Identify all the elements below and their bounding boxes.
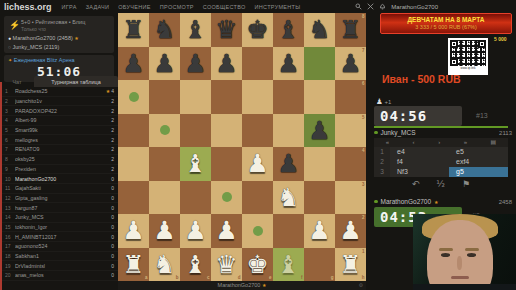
black-player-rating: 2113	[499, 130, 512, 136]
streamer-shirt	[413, 284, 516, 290]
square-f1[interactable]: ♝f	[273, 248, 304, 282]
square-e3[interactable]	[242, 181, 273, 215]
standings-row[interactable]: 11GajahSakti0	[0, 184, 118, 194]
standings-player-name: H_AMINBT12017	[15, 234, 111, 240]
standings-rank: 9	[5, 166, 15, 172]
square-h7[interactable]: ♟7	[335, 47, 366, 81]
white-piece-k: ♚	[242, 248, 273, 282]
standings-rank: 5	[5, 127, 15, 133]
standings-player-name: MarathonGo2700	[15, 176, 111, 182]
standings-rank: 6	[5, 137, 15, 143]
streamer-brow	[439, 248, 453, 251]
rank-coord: 5	[362, 115, 365, 120]
black-piece-b: ♝	[180, 13, 211, 47]
square-f8[interactable]: ♝	[273, 13, 304, 47]
standings-row[interactable]: 13hargun870	[0, 203, 118, 213]
standings-score: 0	[111, 205, 114, 211]
square-e4[interactable]: ♟	[242, 147, 273, 181]
standings-row[interactable]: 15tokhonin_Igor0	[0, 223, 118, 233]
tournament-standings: 1Roadchess25★42juanchito1v23PARADOXOP422…	[0, 87, 118, 281]
black-piece-r: ♜	[335, 13, 366, 47]
streamer-brow	[465, 248, 479, 251]
game-age-label: Только что	[21, 26, 110, 32]
move-hint-dot	[160, 125, 170, 135]
trophy-icon: ★	[106, 88, 110, 94]
standings-score: 0	[111, 176, 114, 182]
standings-rank: 10	[5, 176, 15, 182]
white-piece-p: ♟	[118, 214, 149, 248]
square-c8[interactable]: ♝	[180, 13, 211, 47]
standings-row[interactable]: 6mellogres2	[0, 135, 118, 145]
black-tournament-rank: #13	[476, 112, 488, 119]
black-piece-n: ♞	[149, 13, 180, 47]
square-g3[interactable]	[304, 181, 335, 215]
standings-player-name: juanchito1v	[15, 98, 111, 104]
square-d8[interactable]: ♛	[211, 13, 242, 47]
game-info-box: ⚡ 5+0 • Рейтинговая • Блиц Только что ● …	[4, 16, 114, 53]
tab-chat[interactable]: Чат	[0, 79, 34, 87]
square-a3[interactable]	[118, 181, 149, 215]
board-name-plate: MarathonGo2700 ★ ⚙	[118, 281, 366, 290]
standings-player-name: anas_melos	[15, 272, 111, 278]
square-d4[interactable]	[211, 147, 242, 181]
ghost-white-bishop: ♝	[273, 248, 304, 282]
black-piece-p: ♟	[149, 47, 180, 81]
black-piece-n: ♞	[304, 13, 335, 47]
white-piece-b: ♝	[180, 147, 211, 181]
rank-coord: 3	[362, 182, 365, 187]
standings-score: 4	[111, 88, 114, 94]
black-player-line: ○ Junky_MCS (2119)	[8, 44, 110, 50]
move-nav-icon-3[interactable]: »	[464, 138, 467, 147]
patron-star-icon: ★	[434, 199, 438, 205]
move-white[interactable]: f4	[390, 157, 449, 167]
move-list: 1e4e52f4exf43Nf3g5	[374, 147, 508, 177]
standings-player-name: GajahSakti	[15, 185, 111, 191]
standings-score: 0	[111, 234, 114, 240]
square-e6[interactable]	[242, 80, 273, 114]
black-piece-p: ♟	[335, 47, 366, 81]
trophy-icon: ✦	[8, 57, 12, 63]
standings-player-name: Junky_MCS	[15, 214, 111, 220]
nav-right: MarathonGo2700	[355, 0, 438, 13]
move-hint-dot	[222, 192, 232, 202]
white-piece-p: ♟	[304, 214, 335, 248]
game-action-buttons: ↶½⚑	[374, 179, 508, 189]
move-number: 3	[374, 167, 390, 177]
blitz-flame-icon: ⚡	[9, 20, 20, 30]
square-g4[interactable]	[304, 147, 335, 181]
standings-rank: 12	[5, 195, 15, 201]
square-c6[interactable]	[180, 80, 211, 114]
square-c5[interactable]	[180, 114, 211, 148]
square-d7[interactable]: ♟	[211, 47, 242, 81]
square-b3[interactable]	[149, 181, 180, 215]
standings-score: 0	[111, 185, 114, 191]
square-h4[interactable]: 4	[335, 147, 366, 181]
black-piece-p: ♟	[273, 47, 304, 81]
rank-coord: 8	[362, 14, 365, 19]
square-f3[interactable]: ♞	[273, 181, 304, 215]
square-e7[interactable]	[242, 47, 273, 81]
square-c1[interactable]: ♝c	[180, 248, 211, 282]
standings-row[interactable]: 19DrVladmintsl0	[0, 261, 118, 271]
donation-qr-code: www.qr.link	[448, 38, 488, 75]
square-e2[interactable]	[242, 214, 273, 248]
standings-rank: 15	[5, 224, 15, 230]
standings-player-name: Gipta_gasling	[15, 195, 111, 201]
captured-pawn-icon: ♟	[376, 97, 383, 106]
white-piece-q: ♛	[211, 248, 242, 282]
standings-rank: 14	[5, 214, 15, 220]
move-nav-icon-1[interactable]: ‹	[413, 138, 415, 147]
patron-star-icon: ★	[74, 35, 78, 41]
black-piece-p: ♟	[304, 114, 335, 148]
black-piece-p: ♟	[211, 47, 242, 81]
square-e5[interactable]	[242, 114, 273, 148]
standings-player-name: Sabkhan1	[15, 253, 111, 259]
file-coord: a	[145, 275, 148, 280]
white-piece-p: ♟	[335, 214, 366, 248]
move-black[interactable]: g5	[449, 167, 508, 177]
streamer-eye	[467, 253, 476, 257]
sidebar-tabs: Чат Турнирная таблица	[0, 76, 118, 87]
black-color-icon: ○	[8, 44, 11, 50]
main-menu: ИГРАЗАДАЧИОБУЧЕНИЕПРОСМОТРСООБЩЕСТВОИНСТ…	[62, 4, 301, 10]
move-number: 2	[374, 157, 390, 167]
standings-row[interactable]: 17aguonono5240	[0, 242, 118, 252]
square-h5[interactable]: 5	[335, 114, 366, 148]
square-b7[interactable]: ♟	[149, 47, 180, 81]
donation-banner: ДЕВЧАТАМ НА 8 МАРТА 3 333 / 5 000 RUB (6…	[380, 13, 512, 34]
square-c2[interactable]: ♟	[180, 214, 211, 248]
move-nav-bar: «‹›»▤	[374, 138, 508, 147]
square-g6[interactable]	[304, 80, 335, 114]
black-piece-p: ♟	[180, 47, 211, 81]
standings-rank: 3	[5, 108, 15, 114]
standings-row[interactable]: 7RENATO92	[0, 145, 118, 155]
white-piece-n: ♞	[149, 248, 180, 282]
board-settings-gear-icon[interactable]: ⚙	[359, 281, 363, 290]
rank-coord: 4	[362, 148, 365, 153]
logged-in-username[interactable]: MarathonGo2700	[391, 4, 438, 10]
square-a5[interactable]	[118, 114, 149, 148]
square-g7[interactable]	[304, 47, 335, 81]
square-g1[interactable]: g	[304, 248, 335, 282]
file-coord: f	[301, 275, 303, 280]
standings-score: 2	[111, 166, 114, 172]
standings-score: 0	[111, 214, 114, 220]
standings-score: 0	[111, 272, 114, 278]
standings-player-name: Roadchess25	[15, 88, 106, 94]
chess-board: ♜♞♝♛♚♝♞♜8♟♟♟♟♟♟76♟5♝♟♟4♞3♟♟♟♟♟♟2♜a♞b♝c♛d…	[118, 13, 366, 281]
standings-row[interactable]: 18Sabkhan10	[0, 252, 118, 262]
black-piece-r: ♜	[118, 13, 149, 47]
move-black[interactable]: e5	[449, 147, 508, 157]
white-piece-r: ♜	[335, 248, 366, 282]
square-h6[interactable]: 6	[335, 80, 366, 114]
square-e1[interactable]: ♚e	[242, 248, 273, 282]
nav-item-5[interactable]: ИНСТРУМЕНТЫ	[255, 4, 301, 10]
black-player-name[interactable]: Junky_MCS	[381, 129, 416, 136]
streamer-face	[427, 220, 493, 290]
square-a8[interactable]: ♜	[118, 13, 149, 47]
nav-item-2[interactable]: ОБУЧЕНИЕ	[118, 4, 151, 10]
online-dot-icon	[374, 131, 378, 135]
standings-player-name: DrVladmintsl	[15, 263, 111, 269]
file-coord: g	[331, 275, 334, 280]
black-piece-k: ♚	[242, 13, 273, 47]
top-nav: lichess.org ИГРАЗАДАЧИОБУЧЕНИЕПРОСМОТРСО…	[0, 0, 516, 13]
white-player-name[interactable]: MarathonGo2700	[381, 198, 432, 205]
square-d1[interactable]: ♛d	[211, 248, 242, 282]
donation-goal-amount: 5 000	[494, 36, 507, 42]
square-f6[interactable]	[273, 80, 304, 114]
square-a4[interactable]	[118, 147, 149, 181]
standings-rank: 18	[5, 253, 15, 259]
black-piece-p: ♟	[273, 147, 304, 181]
square-f7[interactable]: ♟	[273, 47, 304, 81]
donation-banner-title: ДЕВЧАТАМ НА 8 МАРТА	[381, 16, 511, 23]
streamer-mouth	[451, 276, 469, 279]
donor-alert-text: Иван - 500 RUB	[382, 73, 502, 85]
standings-rank: 2	[5, 98, 15, 104]
qr-caption: www.qr.link	[450, 67, 486, 70]
move-black[interactable]: exf4	[449, 157, 508, 167]
square-a6[interactable]	[118, 80, 149, 114]
streamer-webcam	[413, 214, 516, 290]
white-piece-b: ♝	[180, 248, 211, 282]
square-c3[interactable]	[180, 181, 211, 215]
tournament-link[interactable]: ✦ Ежедневная Blitz Арена	[8, 57, 110, 63]
black-piece-p: ♟	[118, 47, 149, 81]
standings-row[interactable]: 4Albert-992	[0, 116, 118, 126]
standings-score: 2	[111, 108, 114, 114]
nav-item-3[interactable]: ПРОСМОТР	[160, 4, 194, 10]
nav-item-4[interactable]: СООБЩЕСТВО	[203, 4, 246, 10]
nav-item-1[interactable]: ЗАДАЧИ	[86, 4, 110, 10]
standings-row[interactable]: 2juanchito1v2	[0, 97, 118, 107]
white-piece-r: ♜	[118, 248, 149, 282]
file-coord: e	[269, 275, 272, 280]
standings-player-name: Albert-99	[15, 117, 111, 123]
search-icon[interactable]	[355, 3, 362, 10]
square-h3[interactable]: 3	[335, 181, 366, 215]
standings-player-name: RENATO9	[15, 146, 111, 152]
standings-row[interactable]: 8oksby252	[0, 155, 118, 165]
standings-player-name: Prexiden	[15, 166, 111, 172]
standings-rank: 17	[5, 243, 15, 249]
square-b8[interactable]: ♞	[149, 13, 180, 47]
square-b5[interactable]	[149, 114, 180, 148]
white-piece-p: ♟	[149, 214, 180, 248]
square-c4[interactable]: ♝	[180, 147, 211, 181]
standings-row[interactable]: 12Gipta_gasling0	[0, 194, 118, 204]
streamer-eye	[441, 253, 450, 257]
black-piece-q: ♛	[211, 13, 242, 47]
standings-score: 0	[111, 224, 114, 230]
standings-player-name: oksby25	[15, 156, 111, 162]
patron-star-icon: ★	[262, 282, 266, 288]
standings-row[interactable]: 16H_AMINBT120170	[0, 232, 118, 242]
nav-item-0[interactable]: ИГРА	[62, 4, 77, 10]
rank-coord: 6	[362, 81, 365, 86]
square-d6[interactable]	[211, 80, 242, 114]
standings-rank: 1	[5, 88, 15, 94]
white-player-rating: 2458	[499, 199, 512, 205]
draw-offer-icon[interactable]: ½	[436, 179, 445, 189]
standings-rank: 16	[5, 234, 15, 240]
standings-score: 2	[111, 127, 114, 133]
lichess-logo[interactable]: lichess.org	[4, 2, 52, 12]
square-c7[interactable]: ♟	[180, 47, 211, 81]
resign-flag-icon[interactable]: ⚑	[462, 179, 470, 189]
square-e8[interactable]: ♚	[242, 13, 273, 47]
standings-player-name: aguonono524	[15, 243, 111, 249]
square-d5[interactable]	[211, 114, 242, 148]
standings-row[interactable]: 5Smart99k2	[0, 126, 118, 136]
rank-coord: 7	[362, 48, 365, 53]
standings-row[interactable]: 3PARADOXOP4222	[0, 106, 118, 116]
file-coord: d	[238, 275, 241, 280]
material-advantage: ♟ +1	[376, 97, 391, 106]
white-piece-p: ♟	[211, 214, 242, 248]
right-panel: ДЕВЧАТАМ НА 8 МАРТА 3 333 / 5 000 RUB (6…	[366, 13, 516, 290]
standings-rank: 13	[5, 205, 15, 211]
standings-row[interactable]: 20anas_melos0	[0, 271, 118, 281]
standings-player-name: PARADOXOP422	[15, 108, 111, 114]
standings-score: 0	[111, 253, 114, 259]
standings-row[interactable]: 14Junky_MCS0	[0, 213, 118, 223]
white-player-line: ● MarathonGo2700 (2458) ★	[8, 35, 110, 41]
standings-score: 0	[111, 243, 114, 249]
black-piece-b: ♝	[273, 13, 304, 47]
standings-player-name: tokhonin_Igor	[15, 224, 111, 230]
standings-rank: 20	[5, 272, 15, 278]
white-player-row: MarathonGo2700 ★ 2458	[374, 197, 512, 206]
square-d2[interactable]: ♟	[211, 214, 242, 248]
donation-banner-progress: 3 333 / 5 000 RUB (67%)	[381, 24, 511, 30]
white-piece-p: ♟	[242, 147, 273, 181]
stream-red-strip	[0, 82, 2, 290]
tab-standings[interactable]: Турнирная таблица	[34, 76, 118, 87]
square-h1[interactable]: ♜h1	[335, 248, 366, 282]
square-a1[interactable]: ♜a	[118, 248, 149, 282]
takeback-icon[interactable]: ↶	[412, 179, 420, 189]
square-b2[interactable]: ♟	[149, 214, 180, 248]
standings-row[interactable]: 10MarathonGo27000	[0, 174, 118, 184]
standings-player-name: Smart99k	[15, 127, 111, 133]
standings-rank: 11	[5, 185, 15, 191]
rank-coord: 2	[362, 215, 365, 220]
square-f5[interactable]	[273, 114, 304, 148]
standings-score: 2	[111, 117, 114, 123]
move-number: 1	[374, 147, 390, 157]
white-piece-p: ♟	[180, 214, 211, 248]
square-a2[interactable]: ♟	[118, 214, 149, 248]
square-a7[interactable]: ♟	[118, 47, 149, 81]
black-player-row: Junky_MCS 2113	[374, 128, 512, 137]
move-nav-icon-0[interactable]: «	[386, 138, 389, 147]
white-piece-n: ♞	[273, 181, 304, 215]
square-b6[interactable]	[149, 80, 180, 114]
move-hint-dot	[129, 92, 139, 102]
time-control-label: 5+0 • Рейтинговая • Блиц	[21, 19, 110, 25]
square-b4[interactable]	[149, 147, 180, 181]
file-coord: c	[207, 275, 210, 280]
move-white[interactable]: e4	[390, 147, 449, 157]
left-sidebar: ⚡ 5+0 • Рейтинговая • Блиц Только что ● …	[0, 13, 118, 290]
online-dot-icon	[374, 200, 378, 204]
square-f2[interactable]	[273, 214, 304, 248]
standings-score: 0	[111, 263, 114, 269]
standings-score: 0	[111, 195, 114, 201]
crossed-swords-icon[interactable]	[367, 3, 374, 10]
move-hint-dot	[253, 226, 263, 236]
square-h8[interactable]: ♜8	[335, 13, 366, 47]
square-g5[interactable]: ♟	[304, 114, 335, 148]
black-clock: 04:56	[374, 106, 462, 126]
standings-rank: 8	[5, 156, 15, 162]
square-b1[interactable]: ♞b	[149, 248, 180, 282]
move-white[interactable]: Nf3	[390, 167, 449, 177]
file-coord: h	[362, 275, 365, 280]
standings-score: 2	[111, 137, 114, 143]
standings-player-name: mellogres	[15, 137, 111, 143]
move-nav-icon-4[interactable]: ▤	[491, 138, 497, 147]
standings-player-name: hargun87	[15, 205, 111, 211]
standings-rank: 4	[5, 117, 15, 123]
white-color-icon: ●	[8, 35, 11, 41]
square-g2[interactable]: ♟	[304, 214, 335, 248]
standings-row[interactable]: 1Roadchess25★4	[0, 87, 118, 97]
standings-score: 2	[111, 156, 114, 162]
standings-rank: 19	[5, 263, 15, 269]
standings-row[interactable]: 9Prexiden2	[0, 165, 118, 175]
bell-icon[interactable]	[379, 3, 386, 10]
rank-coord: 1	[362, 249, 365, 254]
move-nav-icon-2[interactable]: ›	[438, 138, 440, 147]
square-g8[interactable]: ♞	[304, 13, 335, 47]
square-f4[interactable]: ♟	[273, 147, 304, 181]
streamer-nose	[457, 256, 462, 270]
stream-screen: lichess.org ИГРАЗАДАЧИОБУЧЕНИЕПРОСМОТРСО…	[0, 0, 516, 290]
square-h2[interactable]: ♟2	[335, 214, 366, 248]
standings-score: 2	[111, 146, 114, 152]
file-coord: b	[176, 275, 179, 280]
standings-rank: 7	[5, 146, 15, 152]
square-d3[interactable]	[211, 181, 242, 215]
standings-score: 2	[111, 98, 114, 104]
